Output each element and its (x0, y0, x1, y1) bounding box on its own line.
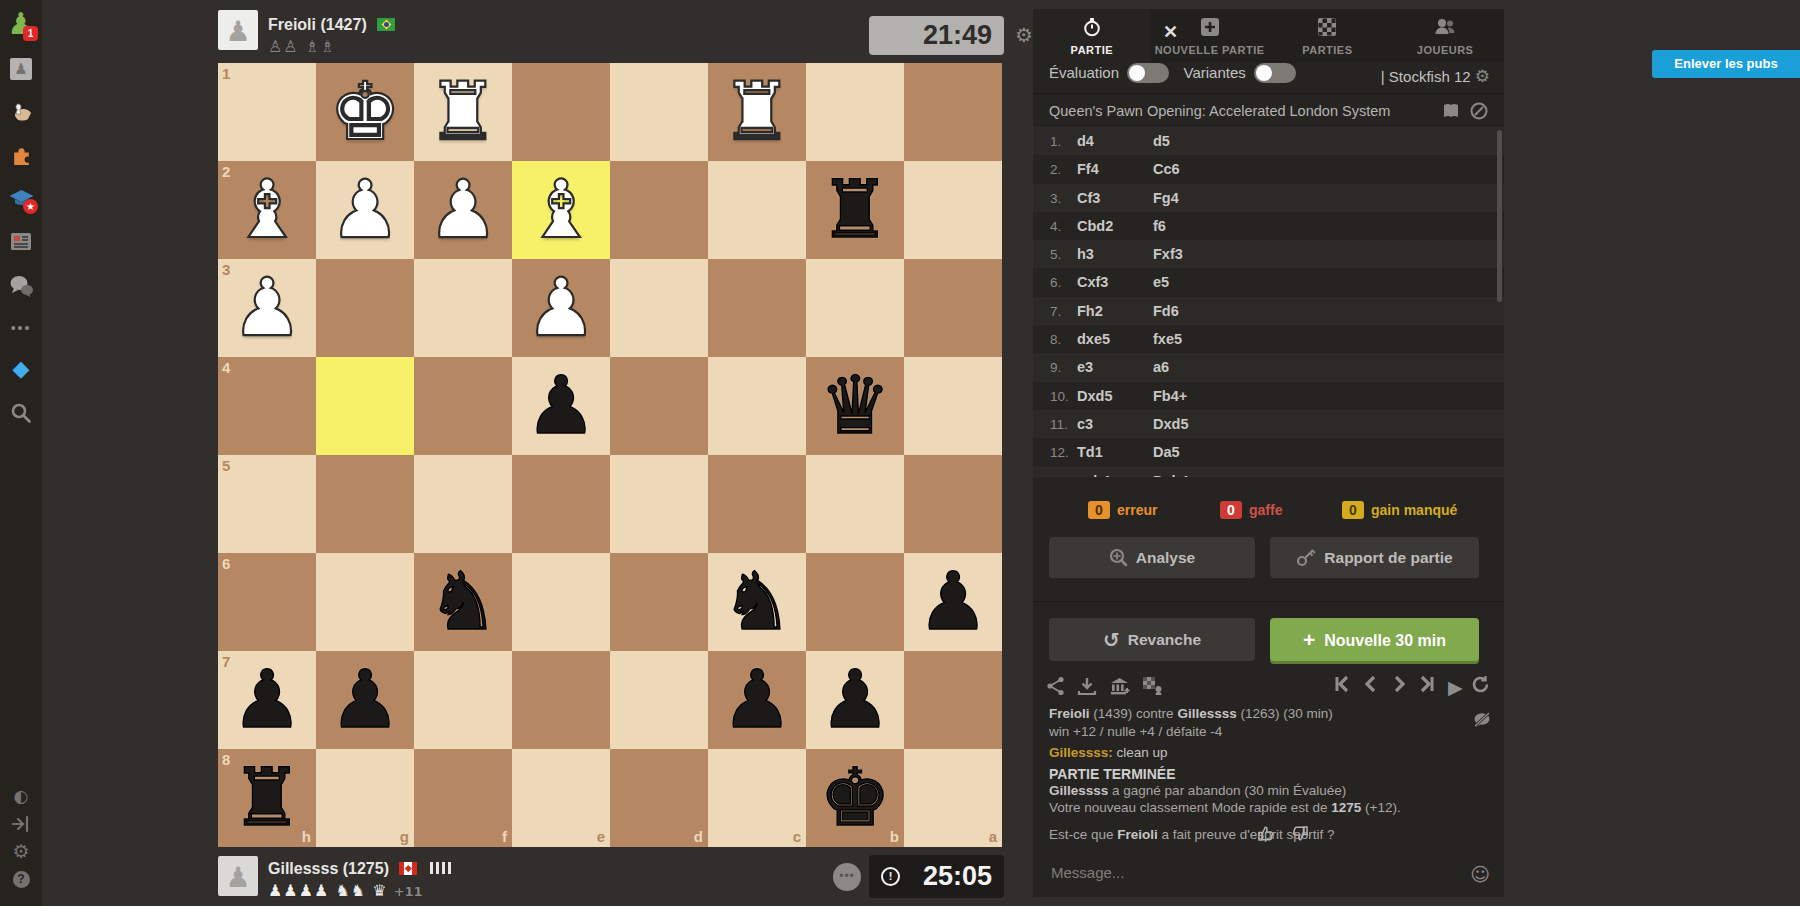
move-row: 8.dxe5fxe5 (1033, 325, 1504, 353)
mistake-badges-row: 0erreur 0gaffe 0gain manqué (1033, 501, 1504, 525)
chat-author: Gillessss: (1049, 745, 1113, 760)
tab-partie[interactable]: PARTIE (1033, 9, 1151, 63)
white-pawn[interactable]: ♟ (414, 161, 512, 259)
game-summary-line1: Freioli (1439) contre Gillessss (1263) (… (1049, 706, 1333, 721)
square-f4[interactable] (414, 357, 512, 455)
emoji-smiley-icon[interactable]: ☺ (1470, 863, 1490, 885)
square-g1[interactable]: ♚ (316, 63, 414, 161)
learn-graduation-cap-icon[interactable]: ★ (0, 187, 42, 213)
square-e2[interactable]: ♝ (512, 161, 610, 259)
engine-settings-gear-icon[interactable]: ⚙ (1475, 66, 1490, 86)
file-label: f (502, 828, 507, 845)
rank-label: 1 (222, 65, 230, 82)
boards-icon[interactable] (1142, 676, 1164, 696)
move-row: 1.d4d5 (1033, 127, 1504, 155)
square-f3[interactable] (414, 259, 512, 357)
flip-refresh-icon[interactable] (1471, 675, 1490, 694)
gaffe-label: gaffe (1249, 502, 1282, 518)
bottom-player-avatar[interactable]: ♟ (218, 856, 258, 896)
chat-message: Gillessss: clean up (1049, 745, 1168, 760)
white-rook[interactable]: ♜ (414, 63, 512, 161)
square-f7[interactable] (414, 651, 512, 749)
previous-move-icon[interactable] (1361, 674, 1381, 694)
new-rating-line: Votre nouveau classement Mode rapide est… (1049, 800, 1401, 815)
rank-label: 5 (222, 457, 230, 474)
stopwatch-icon (1082, 17, 1102, 37)
rank-label: 4 (222, 359, 230, 376)
square-h8[interactable]: 8h♜ (218, 749, 316, 847)
black-queen[interactable]: ♛ (806, 357, 904, 455)
move-row: 12.Td1Da5 (1033, 438, 1504, 466)
square-h4[interactable]: 4 (218, 357, 316, 455)
chat-bubble-icon[interactable]: ••• (833, 863, 861, 891)
move-number: 6. (1050, 269, 1077, 297)
plus-square-icon (1200, 17, 1220, 37)
white-king[interactable]: ♚ (316, 63, 414, 161)
square-a5[interactable] (904, 455, 1002, 553)
analyse-magnifier-icon (1109, 548, 1128, 567)
board-settings-gear-icon[interactable]: ⚙ (1015, 23, 1033, 47)
file-label: g (400, 828, 409, 845)
square-h6[interactable]: 6 (218, 553, 316, 651)
move-number: 4. (1050, 213, 1077, 241)
square-f2[interactable]: ♟ (414, 161, 512, 259)
square-a1[interactable] (904, 63, 1002, 161)
white-move[interactable]: c3 (1077, 410, 1153, 438)
square-h2[interactable]: 2♝ (218, 161, 316, 259)
move-row: 5.h3Fxf3 (1033, 240, 1504, 268)
go-to-end-icon[interactable] (1417, 674, 1437, 694)
black-pawn[interactable]: ♟ (708, 651, 806, 749)
black-move[interactable]: f6 (1153, 212, 1229, 240)
next-move-icon[interactable] (1389, 674, 1409, 694)
autoplay-icon[interactable]: ▶ (1448, 676, 1463, 698)
puzzles-icon[interactable] (0, 143, 42, 172)
square-b6[interactable] (806, 553, 904, 651)
learn-star-badge: ★ (23, 199, 38, 214)
square-b3[interactable] (806, 259, 904, 357)
move-row: 4.Cbd2f6 (1033, 212, 1504, 240)
brazil-flag-icon (377, 18, 395, 31)
square-c5[interactable] (708, 455, 806, 553)
thumbs-up-icon[interactable] (1257, 824, 1276, 843)
move-row: 13.cxb4Dxb4+ (1033, 467, 1504, 477)
plus-icon: + (1303, 628, 1315, 651)
square-a8[interactable]: a (904, 749, 1002, 847)
gain-manque-label: gain manqué (1371, 502, 1457, 518)
square-h1[interactable]: 1 (218, 63, 316, 161)
panel-tabs: PARTIE NOUVELLE PARTIE PARTIES JOUEURS ✕ (1033, 9, 1504, 63)
evaluation-label: Évaluation (1049, 64, 1119, 81)
file-label: e (597, 828, 605, 845)
game-summary-line2: win +12 / nulle +4 / défaite -4 (1049, 724, 1222, 739)
move-number: 3. (1050, 185, 1077, 213)
white-bishop[interactable]: ♝ (218, 161, 316, 259)
black-move[interactable]: Dxd5 (1153, 410, 1229, 438)
move-number: 13. (1050, 468, 1077, 477)
black-move[interactable]: Dxb4+ (1153, 467, 1229, 477)
black-rook[interactable]: ♜ (218, 749, 316, 847)
black-move[interactable]: Cc6 (1153, 155, 1229, 183)
square-e1[interactable] (512, 63, 610, 161)
more-dots-icon[interactable]: ••• (0, 320, 42, 336)
rank-label: 6 (222, 555, 230, 572)
black-move[interactable]: d5 (1153, 127, 1229, 155)
black-pawn[interactable]: ♟ (218, 651, 316, 749)
black-knight[interactable]: ♞ (414, 553, 512, 651)
white-move[interactable]: dxe5 (1077, 325, 1153, 353)
tab-joueurs[interactable]: JOUEURS (1386, 9, 1504, 63)
new-rating-value: 1275 (1331, 800, 1361, 815)
black-move[interactable]: Fg4 (1153, 184, 1229, 212)
move-row: 10.Dxd5Fb4+ (1033, 382, 1504, 410)
square-a4[interactable] (904, 357, 1002, 455)
download-icon[interactable] (1077, 676, 1097, 696)
square-c8[interactable]: c (708, 749, 806, 847)
collapse-sidebar-icon[interactable] (0, 815, 42, 837)
white-move[interactable]: Cbd2 (1077, 212, 1153, 240)
black-move[interactable]: Da5 (1153, 438, 1229, 466)
share-icon[interactable] (1046, 676, 1066, 696)
remove-ads-button[interactable]: Enlever les pubs (1652, 50, 1800, 78)
file-label: a (989, 828, 997, 845)
black-knight[interactable]: ♞ (708, 553, 806, 651)
file-label: c (793, 828, 801, 845)
square-d6[interactable] (610, 553, 708, 651)
square-d4[interactable] (610, 357, 708, 455)
move-number: 12. (1050, 439, 1077, 467)
social-chat-icon[interactable] (0, 274, 42, 302)
black-move[interactable]: a6 (1153, 353, 1229, 381)
black-move[interactable]: e5 (1153, 268, 1229, 296)
square-b1[interactable] (806, 63, 904, 161)
square-d3[interactable] (610, 259, 708, 357)
move-number: 9. (1050, 354, 1077, 382)
square-e6[interactable] (512, 553, 610, 651)
square-g2[interactable]: ♟ (316, 161, 414, 259)
square-b8[interactable]: b♚ (806, 749, 904, 847)
play-hand-pawn-icon[interactable] (0, 100, 42, 130)
square-e4[interactable]: ♟ (512, 357, 610, 455)
square-e5[interactable] (512, 455, 610, 553)
square-d8[interactable]: d (610, 749, 708, 847)
square-e8[interactable]: e (512, 749, 610, 847)
message-input[interactable] (1049, 863, 1433, 882)
move-number: 10. (1050, 383, 1077, 411)
variantes-toggle[interactable] (1254, 63, 1296, 83)
game-panel: PARTIE NOUVELLE PARTIE PARTIES JOUEURS ✕… (1033, 9, 1504, 897)
black-move[interactable]: Fd6 (1153, 297, 1229, 325)
close-tab-icon[interactable]: ✕ (1163, 21, 1178, 43)
black-pawn[interactable]: ♟ (512, 357, 610, 455)
settings-gear-icon[interactable]: ⚙ (0, 840, 42, 862)
black-move[interactable]: fxe5 (1153, 325, 1229, 353)
move-number: 11. (1050, 411, 1077, 439)
revanche-button[interactable]: ↺Revanche (1049, 618, 1255, 661)
square-e3[interactable]: ♟ (512, 259, 610, 357)
white-move[interactable]: Td1 (1077, 438, 1153, 466)
square-a3[interactable] (904, 259, 1002, 357)
square-f5[interactable] (414, 455, 512, 553)
left-sidebar: ♟ 1 ♟ ★ ••• ◆ ◐ ⚙ ? (0, 0, 42, 906)
rematch-icon: ↺ (1103, 628, 1120, 652)
square-b2[interactable]: ♜ (806, 161, 904, 259)
game-over-title: PARTIE TERMINÉE (1049, 766, 1176, 782)
square-c3[interactable] (708, 259, 806, 357)
square-d2[interactable] (610, 161, 708, 259)
erreur-label: erreur (1117, 502, 1157, 518)
white-move[interactable]: d4 (1077, 127, 1153, 155)
top-player-name[interactable]: Freioli (1427) (268, 16, 395, 34)
white-move[interactable]: h3 (1077, 240, 1153, 268)
help-icon[interactable]: ? (0, 869, 42, 888)
black-pawn[interactable]: ♟ (806, 651, 904, 749)
square-b7[interactable]: ♟ (806, 651, 904, 749)
move-row: 9.e3a6 (1033, 353, 1504, 381)
black-pawn[interactable]: ♟ (316, 651, 414, 749)
game-over-result: Gillessss a gagné par abandon (30 min Év… (1049, 783, 1346, 798)
gain-manque-count-badge: 0 (1342, 501, 1364, 519)
canada-flag-icon (399, 862, 417, 875)
square-c1[interactable]: ♜ (708, 63, 806, 161)
key-icon (1296, 548, 1316, 567)
white-bishop[interactable]: ♝ (512, 161, 610, 259)
square-g3[interactable] (316, 259, 414, 357)
section-divider (1033, 601, 1504, 602)
news-icon[interactable] (0, 231, 42, 256)
square-g8[interactable]: g (316, 749, 414, 847)
square-h7[interactable]: 7♟ (218, 651, 316, 749)
white-move[interactable]: Fh2 (1077, 297, 1153, 325)
square-g7[interactable]: ♟ (316, 651, 414, 749)
rapport-de-partie-button[interactable]: Rapport de partie (1270, 537, 1479, 578)
square-d5[interactable] (610, 455, 708, 553)
erreur-count-badge: 0 (1088, 501, 1110, 519)
black-king[interactable]: ♚ (806, 749, 904, 847)
top-player-bar: ♟ Freioli (1427) ♙♙ ♗♗ 21:49 ⚙ (218, 10, 1004, 60)
bottom-player-captured-pieces: ♟♟♟♟ ♞♞ ♛ +11 (268, 881, 423, 900)
sportsmanship-line: Est-ce que Freioli a fait preuve d'espri… (1049, 827, 1335, 842)
white-pawn[interactable]: ♟ (512, 259, 610, 357)
explorer-compass-icon[interactable] (1470, 102, 1488, 120)
toggles-row: Évaluation Variantes | Stockfish 12 ⚙ (1033, 63, 1504, 91)
white-move[interactable]: Dxd5 (1077, 382, 1153, 410)
game-tools-row: ▶ (1033, 674, 1504, 702)
opening-row: Queen's Pawn Opening: Accelerated London… (1033, 93, 1504, 128)
move-row: 11.c3Dxd5 (1033, 410, 1504, 438)
top-player-captured-pieces: ♙♙ ♗♗ (268, 37, 335, 56)
top-player-clock: 21:49 (869, 16, 1004, 55)
bottom-player-bar: ♟ Gillessss (1275) ♟♟♟♟ ♞♞ ♛ +11 ••• ! 2… (218, 852, 1004, 902)
move-number: 8. (1050, 326, 1077, 354)
bottom-player-name[interactable]: Gillessss (1275) (268, 860, 454, 878)
profile-avatar-icon[interactable]: ♟ (0, 58, 42, 80)
square-c7[interactable]: ♟ (708, 651, 806, 749)
square-f6[interactable]: ♞ (414, 553, 512, 651)
search-icon[interactable] (0, 402, 42, 428)
square-g4[interactable] (316, 357, 414, 455)
bottom-player-clock: ! 25:05 (869, 855, 1004, 898)
square-b5[interactable] (806, 455, 904, 553)
top-player-avatar[interactable]: ♟ (218, 10, 258, 50)
players-icon (1434, 17, 1456, 37)
thumbs-down-icon[interactable] (1290, 824, 1309, 843)
square-c2[interactable] (708, 161, 806, 259)
square-e7[interactable] (512, 651, 610, 749)
evaluation-toggle[interactable] (1127, 63, 1169, 83)
move-number: 5. (1050, 241, 1077, 269)
square-a7[interactable] (904, 651, 1002, 749)
move-list: 1.d4d52.Ff4Cc63.Cf3Fg44.Cbd2f65.h3Fxf36.… (1033, 127, 1504, 477)
square-f1[interactable]: ♜ (414, 63, 512, 161)
white-move[interactable]: Cf3 (1077, 184, 1153, 212)
file-label: d (694, 828, 703, 845)
nouvelle-30min-button[interactable]: +Nouvelle 30 min (1270, 618, 1479, 661)
square-a2[interactable] (904, 161, 1002, 259)
go-to-start-icon[interactable] (1332, 674, 1352, 694)
square-h3[interactable]: 3♟ (218, 259, 316, 357)
streak-bars-icon (430, 860, 454, 878)
variantes-label: Variantes (1184, 64, 1246, 81)
square-d7[interactable] (610, 651, 708, 749)
square-g5[interactable] (316, 455, 414, 553)
square-d1[interactable] (610, 63, 708, 161)
move-list-scrollbar[interactable] (1497, 130, 1502, 302)
white-rook[interactable]: ♜ (708, 63, 806, 161)
clock-alert-icon: ! (881, 867, 900, 886)
square-g6[interactable] (316, 553, 414, 651)
chess-board[interactable]: 1♚♜♜2♝♟♟♝♜3♟♟4♟♛56♞♞♟7♟♟♟♟8h♜gfedcb♚a (218, 63, 1002, 847)
square-b4[interactable]: ♛ (806, 357, 904, 455)
square-f8[interactable]: f (414, 749, 512, 847)
square-c4[interactable] (708, 357, 806, 455)
opening-name[interactable]: Queen's Pawn Opening: Accelerated London… (1049, 103, 1390, 119)
square-h5[interactable]: 5 (218, 455, 316, 553)
square-a6[interactable]: ♟ (904, 553, 1002, 651)
black-move[interactable]: Fxf3 (1153, 240, 1229, 268)
white-move[interactable]: Ff4 (1077, 155, 1153, 183)
white-pawn[interactable]: ♟ (218, 259, 316, 357)
black-pawn[interactable]: ♟ (904, 553, 1002, 651)
notification-badge: 1 (23, 26, 38, 41)
engine-label: | Stockfish 12 ⚙ (1381, 66, 1490, 86)
move-number: 7. (1050, 298, 1077, 326)
opening-book-icon[interactable] (1442, 102, 1460, 120)
material-advantage: +11 (394, 884, 423, 899)
theme-brightness-icon[interactable]: ◐ (0, 786, 42, 806)
library-bank-icon[interactable] (1109, 676, 1131, 696)
mute-chat-icon[interactable] (1473, 712, 1492, 728)
gaffe-count-badge: 0 (1220, 501, 1242, 519)
message-input-row: ☺ (1033, 854, 1504, 897)
move-number: 1. (1050, 128, 1077, 156)
premium-diamond-icon[interactable]: ◆ (0, 356, 42, 381)
white-move[interactable]: Cxf3 (1077, 268, 1153, 296)
move-row: 2.Ff4Cc6 (1033, 155, 1504, 183)
tab-parties[interactable]: PARTIES (1269, 9, 1387, 63)
move-number: 2. (1050, 156, 1077, 184)
white-move[interactable]: cxb4 (1077, 467, 1153, 477)
white-move[interactable]: e3 (1077, 353, 1153, 381)
white-pawn[interactable]: ♟ (316, 161, 414, 259)
black-move[interactable]: Fb4+ (1153, 382, 1229, 410)
analyse-button[interactable]: Analyse (1049, 537, 1255, 578)
games-board-icon (1317, 17, 1337, 37)
square-c6[interactable]: ♞ (708, 553, 806, 651)
move-row: 7.Fh2Fd6 (1033, 297, 1504, 325)
move-row: 3.Cf3Fg4 (1033, 184, 1504, 212)
black-rook[interactable]: ♜ (806, 161, 904, 259)
move-row: 6.Cxf3e5 (1033, 268, 1504, 296)
